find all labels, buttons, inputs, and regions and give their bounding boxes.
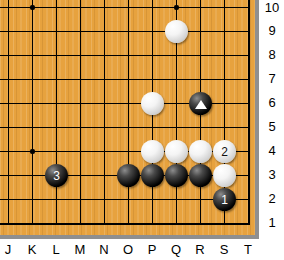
row-label-6: 6 [260, 95, 284, 111]
column-label-L: L [44, 242, 68, 258]
stone-black-S2[interactable]: 1 [213, 188, 236, 211]
stone-black-R3[interactable] [189, 164, 212, 187]
row-label-3: 3 [260, 167, 284, 183]
grid-vline-J [8, 0, 9, 225]
grid-hline-9 [0, 31, 250, 32]
grid-vline-T [248, 0, 250, 225]
column-label-P: P [140, 242, 164, 258]
column-label-R: R [188, 242, 212, 258]
stone-black-R6[interactable] [189, 92, 212, 115]
grid-vline-K [32, 0, 33, 225]
grid-hline-10 [0, 7, 250, 8]
stone-white-R4[interactable] [189, 140, 212, 163]
move-number-2: 2 [221, 146, 228, 158]
stone-white-S4[interactable]: 2 [213, 140, 236, 163]
stone-white-P6[interactable] [141, 92, 164, 115]
row-label-4: 4 [260, 143, 284, 159]
row-label-2: 2 [260, 191, 284, 207]
grid-hline-8 [0, 55, 250, 56]
star-point-Q10 [174, 5, 179, 10]
grid-hline-1 [0, 223, 250, 225]
column-label-J: J [0, 242, 20, 258]
grid-vline-N [104, 0, 105, 225]
move-number-3: 3 [53, 170, 60, 182]
stone-white-Q9[interactable] [165, 20, 188, 43]
row-label-7: 7 [260, 71, 284, 87]
column-label-K: K [20, 242, 44, 258]
column-label-M: M [68, 242, 92, 258]
grid-hline-5 [0, 127, 250, 128]
row-label-1: 1 [260, 215, 284, 231]
stone-black-O3[interactable] [117, 164, 140, 187]
row-label-10: 10 [260, 0, 284, 16]
stone-white-Q4[interactable] [165, 140, 188, 163]
triangle-mark-icon [195, 100, 207, 109]
column-label-N: N [92, 242, 116, 258]
stone-black-Q3[interactable] [165, 164, 188, 187]
row-label-9: 9 [260, 23, 284, 39]
column-label-S: S [212, 242, 236, 258]
grid-vline-L [56, 0, 57, 225]
column-label-O: O [116, 242, 140, 258]
star-point-K4 [30, 149, 35, 154]
go-diagram: 231JKLMNOPQRST10987654321 [0, 0, 284, 260]
grid-hline-7 [0, 79, 250, 80]
star-point-K10 [30, 5, 35, 10]
stone-white-S3[interactable] [213, 164, 236, 187]
grid-vline-O [128, 0, 129, 225]
column-label-Q: Q [164, 242, 188, 258]
grid-vline-M [80, 0, 81, 225]
move-number-1: 1 [221, 194, 228, 206]
stone-black-L3[interactable]: 3 [45, 164, 68, 187]
row-label-8: 8 [260, 47, 284, 63]
row-label-5: 5 [260, 119, 284, 135]
column-label-T: T [236, 242, 260, 258]
stone-white-P4[interactable] [141, 140, 164, 163]
grid-hline-6 [0, 103, 250, 104]
stone-black-P3[interactable] [141, 164, 164, 187]
